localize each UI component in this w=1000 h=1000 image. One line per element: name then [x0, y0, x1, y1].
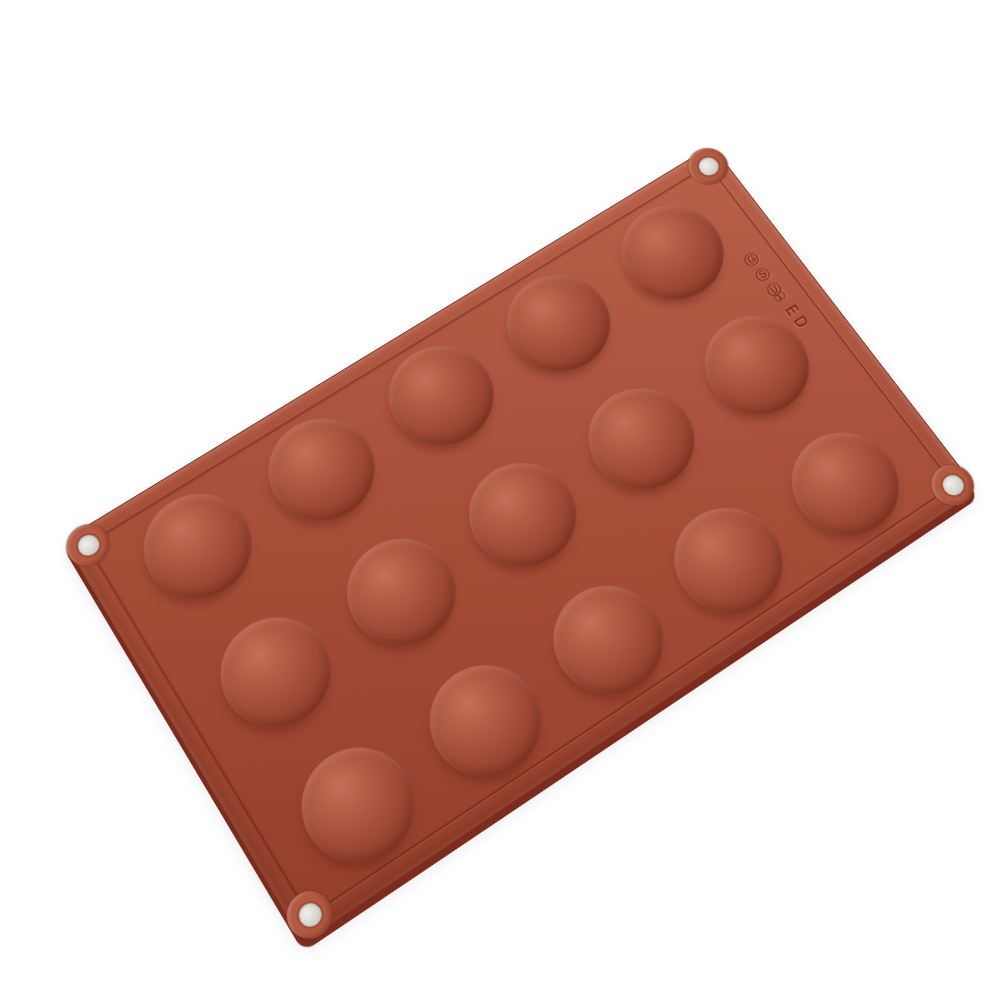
product-photo-scene: ⒼⓈⓊ①ED — [0, 0, 1000, 1000]
hanging-hole-bottom — [294, 898, 325, 931]
silicone-mold: ⒼⓈⓊ①ED — [63, 145, 978, 943]
mold-plate: ⒼⓈⓊ①ED — [63, 145, 978, 943]
cavity-dome — [249, 399, 395, 540]
cavity-dome — [124, 474, 271, 619]
cavity-dome — [281, 726, 436, 885]
hanging-hole-top — [694, 154, 722, 179]
cavity-dome — [201, 597, 352, 749]
hanging-hole-left — [73, 531, 102, 560]
hanging-hole-right — [938, 471, 968, 499]
